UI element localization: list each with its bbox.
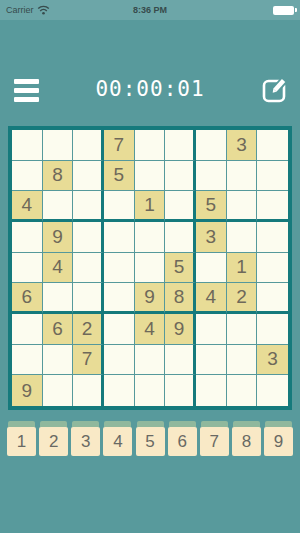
sudoku-cell-r3c3[interactable] xyxy=(73,191,104,222)
sudoku-cell-r1c4[interactable]: 7 xyxy=(104,130,135,161)
numpad-button-5[interactable]: 5 xyxy=(136,421,165,456)
new-game-button[interactable] xyxy=(261,73,289,106)
key-label: 8 xyxy=(232,427,261,456)
sudoku-cell-r9c2[interactable] xyxy=(43,375,74,406)
sudoku-cell-r8c5[interactable] xyxy=(135,345,166,376)
sudoku-cell-r7c9[interactable] xyxy=(257,314,288,345)
sudoku-cell-r2c1[interactable] xyxy=(12,161,43,192)
sudoku-cell-r1c9[interactable] xyxy=(257,130,288,161)
sudoku-cell-r3c4[interactable] xyxy=(104,191,135,222)
sudoku-cell-r3c6[interactable] xyxy=(165,191,196,222)
sudoku-cell-r7c6[interactable]: 9 xyxy=(165,314,196,345)
numpad-button-4[interactable]: 4 xyxy=(103,421,132,456)
numpad-button-1[interactable]: 1 xyxy=(7,421,36,456)
sudoku-cell-r4c2[interactable]: 9 xyxy=(43,222,74,253)
sudoku-cell-r1c1[interactable] xyxy=(12,130,43,161)
sudoku-cell-r6c7[interactable]: 4 xyxy=(196,283,227,314)
sudoku-cell-r5c5[interactable] xyxy=(135,253,166,284)
sudoku-cell-r3c8[interactable] xyxy=(227,191,258,222)
sudoku-cell-r6c9[interactable] xyxy=(257,283,288,314)
sudoku-cell-r3c5[interactable]: 1 xyxy=(135,191,166,222)
sudoku-cell-r1c8[interactable]: 3 xyxy=(227,130,258,161)
numpad-button-9[interactable]: 9 xyxy=(264,421,293,456)
sudoku-cell-r8c2[interactable] xyxy=(43,345,74,376)
numpad-button-6[interactable]: 6 xyxy=(168,421,197,456)
key-label: 9 xyxy=(264,427,293,456)
sudoku-cell-r2c3[interactable] xyxy=(73,161,104,192)
sudoku-cell-r5c8[interactable]: 1 xyxy=(227,253,258,284)
sudoku-cell-r8c7[interactable] xyxy=(196,345,227,376)
sudoku-cell-r6c5[interactable]: 9 xyxy=(135,283,166,314)
sudoku-cell-r6c4[interactable] xyxy=(104,283,135,314)
sudoku-cell-r2c8[interactable] xyxy=(227,161,258,192)
sudoku-cell-r3c2[interactable] xyxy=(43,191,74,222)
compose-icon xyxy=(261,73,289,103)
toolbar: 00:00:01 xyxy=(0,70,300,112)
key-label: 2 xyxy=(39,427,68,456)
sudoku-cell-r9c8[interactable] xyxy=(227,375,258,406)
battery-icon xyxy=(273,6,294,15)
numpad-button-7[interactable]: 7 xyxy=(200,421,229,456)
sudoku-cell-r1c7[interactable] xyxy=(196,130,227,161)
status-bar: Carrier 8:36 PM xyxy=(0,0,300,20)
sudoku-cell-r1c3[interactable] xyxy=(73,130,104,161)
sudoku-cell-r9c6[interactable] xyxy=(165,375,196,406)
sudoku-cell-r2c9[interactable] xyxy=(257,161,288,192)
key-label: 3 xyxy=(71,427,100,456)
sudoku-cell-r9c9[interactable] xyxy=(257,375,288,406)
sudoku-cell-r1c6[interactable] xyxy=(165,130,196,161)
sudoku-cell-r3c1[interactable]: 4 xyxy=(12,191,43,222)
sudoku-cell-r8c3[interactable]: 7 xyxy=(73,345,104,376)
sudoku-cell-r6c6[interactable]: 8 xyxy=(165,283,196,314)
sudoku-cell-r5c2[interactable]: 4 xyxy=(43,253,74,284)
numpad-button-3[interactable]: 3 xyxy=(71,421,100,456)
sudoku-cell-r7c1[interactable] xyxy=(12,314,43,345)
sudoku-cell-r9c5[interactable] xyxy=(135,375,166,406)
sudoku-cell-r1c2[interactable] xyxy=(43,130,74,161)
sudoku-cell-r7c3[interactable]: 2 xyxy=(73,314,104,345)
sudoku-cell-r7c4[interactable] xyxy=(104,314,135,345)
sudoku-cell-r7c5[interactable]: 4 xyxy=(135,314,166,345)
sudoku-cell-r3c7[interactable]: 5 xyxy=(196,191,227,222)
sudoku-cell-r4c4[interactable] xyxy=(104,222,135,253)
sudoku-cell-r7c2[interactable]: 6 xyxy=(43,314,74,345)
sudoku-cell-r2c7[interactable] xyxy=(196,161,227,192)
sudoku-board: 738541593451698426249739 xyxy=(8,126,292,410)
sudoku-cell-r9c3[interactable] xyxy=(73,375,104,406)
sudoku-cell-r6c1[interactable]: 6 xyxy=(12,283,43,314)
sudoku-cell-r9c1[interactable]: 9 xyxy=(12,375,43,406)
number-pad: 123456789 xyxy=(7,421,293,456)
sudoku-cell-r8c6[interactable] xyxy=(165,345,196,376)
sudoku-cell-r5c1[interactable] xyxy=(12,253,43,284)
sudoku-cell-r2c5[interactable] xyxy=(135,161,166,192)
numpad-button-8[interactable]: 8 xyxy=(232,421,261,456)
sudoku-cell-r4c8[interactable] xyxy=(227,222,258,253)
app-screen: Carrier 8:36 PM 00:00:01 738541593451698… xyxy=(0,0,300,533)
key-label: 6 xyxy=(168,427,197,456)
sudoku-cell-r8c4[interactable] xyxy=(104,345,135,376)
sudoku-cell-r5c6[interactable]: 5 xyxy=(165,253,196,284)
key-label: 7 xyxy=(200,427,229,456)
sudoku-cell-r9c4[interactable] xyxy=(104,375,135,406)
sudoku-cell-r4c3[interactable] xyxy=(73,222,104,253)
sudoku-cell-r5c4[interactable] xyxy=(104,253,135,284)
timer-display: 00:00:01 xyxy=(0,77,300,101)
clock-label: 8:36 PM xyxy=(0,5,300,15)
sudoku-cell-r6c8[interactable]: 2 xyxy=(227,283,258,314)
sudoku-cell-r4c7[interactable]: 3 xyxy=(196,222,227,253)
sudoku-cell-r2c6[interactable] xyxy=(165,161,196,192)
numpad-button-2[interactable]: 2 xyxy=(39,421,68,456)
sudoku-cell-r2c4[interactable]: 5 xyxy=(104,161,135,192)
sudoku-cell-r5c7[interactable] xyxy=(196,253,227,284)
sudoku-cell-r6c2[interactable] xyxy=(43,283,74,314)
sudoku-cell-r9c7[interactable] xyxy=(196,375,227,406)
sudoku-cell-r3c9[interactable] xyxy=(257,191,288,222)
key-label: 5 xyxy=(136,427,165,456)
sudoku-cell-r5c3[interactable] xyxy=(73,253,104,284)
sudoku-cell-r6c3[interactable] xyxy=(73,283,104,314)
sudoku-cell-r2c2[interactable]: 8 xyxy=(43,161,74,192)
sudoku-cell-r1c5[interactable] xyxy=(135,130,166,161)
sudoku-cell-r8c8[interactable] xyxy=(227,345,258,376)
sudoku-cell-r8c1[interactable] xyxy=(12,345,43,376)
sudoku-cell-r7c7[interactable] xyxy=(196,314,227,345)
sudoku-cell-r4c1[interactable] xyxy=(12,222,43,253)
sudoku-cell-r4c5[interactable] xyxy=(135,222,166,253)
sudoku-cell-r8c9[interactable]: 3 xyxy=(257,345,288,376)
sudoku-cell-r4c9[interactable] xyxy=(257,222,288,253)
sudoku-cell-r4c6[interactable] xyxy=(165,222,196,253)
key-label: 1 xyxy=(7,427,36,456)
sudoku-cell-r5c9[interactable] xyxy=(257,253,288,284)
key-label: 4 xyxy=(103,427,132,456)
sudoku-cell-r7c8[interactable] xyxy=(227,314,258,345)
